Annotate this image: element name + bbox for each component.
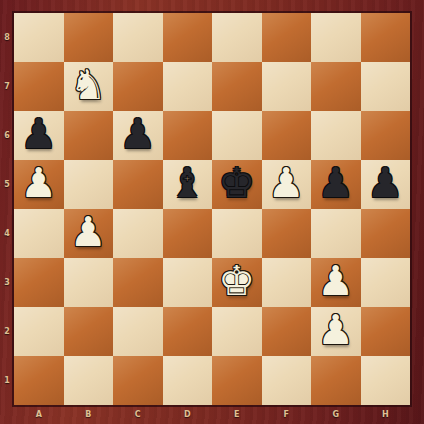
square-f7[interactable] [262, 62, 312, 111]
square-c7[interactable] [113, 62, 163, 111]
square-g6[interactable] [311, 111, 361, 160]
square-f3[interactable] [262, 258, 312, 307]
square-f4[interactable] [262, 209, 312, 258]
square-a7[interactable] [14, 62, 64, 111]
square-a2[interactable] [14, 307, 64, 356]
file-label-c: C [113, 405, 163, 424]
square-f6[interactable] [262, 111, 312, 160]
file-label-g: G [311, 405, 361, 424]
square-g2[interactable]: ♟ [311, 307, 361, 356]
rank-label-5: 5 [0, 160, 14, 209]
black-pawn[interactable]: ♟ [367, 163, 404, 204]
file-labels: ABCDEFGH [14, 405, 410, 424]
square-g4[interactable] [311, 209, 361, 258]
white-king[interactable]: ♚ [218, 261, 255, 302]
square-e3[interactable]: ♚ [212, 258, 262, 307]
rank-label-7: 7 [0, 62, 14, 111]
file-label-f: F [262, 405, 312, 424]
square-a5[interactable]: ♟ [14, 160, 64, 209]
square-c3[interactable] [113, 258, 163, 307]
square-a8[interactable] [14, 13, 64, 62]
square-b1[interactable] [64, 356, 114, 405]
square-h5[interactable]: ♟ [361, 160, 411, 209]
square-d8[interactable] [163, 13, 213, 62]
square-a6[interactable]: ♟ [14, 111, 64, 160]
square-f8[interactable] [262, 13, 312, 62]
square-b7[interactable]: ♞ [64, 62, 114, 111]
square-d3[interactable] [163, 258, 213, 307]
square-c8[interactable] [113, 13, 163, 62]
square-h1[interactable] [361, 356, 411, 405]
square-d4[interactable] [163, 209, 213, 258]
square-f2[interactable] [262, 307, 312, 356]
rank-label-6: 6 [0, 111, 14, 160]
white-pawn[interactable]: ♟ [268, 163, 305, 204]
file-label-d: D [163, 405, 213, 424]
square-c1[interactable] [113, 356, 163, 405]
square-h8[interactable] [361, 13, 411, 62]
square-e2[interactable] [212, 307, 262, 356]
white-pawn[interactable]: ♟ [317, 261, 354, 302]
square-b2[interactable] [64, 307, 114, 356]
black-pawn[interactable]: ♟ [20, 114, 57, 155]
square-b8[interactable] [64, 13, 114, 62]
square-e7[interactable] [212, 62, 262, 111]
square-d1[interactable] [163, 356, 213, 405]
rank-label-2: 2 [0, 307, 14, 356]
square-g3[interactable]: ♟ [311, 258, 361, 307]
square-h7[interactable] [361, 62, 411, 111]
board-frame: 87654321 ♞♟♟♟♝♚♟♟♟♟♚♟♟ ABCDEFGH [0, 0, 424, 424]
square-c4[interactable] [113, 209, 163, 258]
rank-label-3: 3 [0, 258, 14, 307]
rank-label-8: 8 [0, 13, 14, 62]
square-h3[interactable] [361, 258, 411, 307]
black-pawn[interactable]: ♟ [119, 114, 156, 155]
square-h2[interactable] [361, 307, 411, 356]
black-pawn[interactable]: ♟ [317, 163, 354, 204]
black-king[interactable]: ♚ [218, 163, 255, 204]
square-a3[interactable] [14, 258, 64, 307]
file-label-a: A [14, 405, 64, 424]
rank-label-4: 4 [0, 209, 14, 258]
rank-label-1: 1 [0, 356, 14, 405]
square-b5[interactable] [64, 160, 114, 209]
square-g8[interactable] [311, 13, 361, 62]
square-g5[interactable]: ♟ [311, 160, 361, 209]
square-g1[interactable] [311, 356, 361, 405]
square-e8[interactable] [212, 13, 262, 62]
square-g7[interactable] [311, 62, 361, 111]
black-bishop[interactable]: ♝ [169, 163, 206, 204]
square-e6[interactable] [212, 111, 262, 160]
square-b4[interactable]: ♟ [64, 209, 114, 258]
file-label-e: E [212, 405, 262, 424]
square-h6[interactable] [361, 111, 411, 160]
square-f5[interactable]: ♟ [262, 160, 312, 209]
square-h4[interactable] [361, 209, 411, 258]
rank-labels: 87654321 [0, 13, 14, 405]
square-d5[interactable]: ♝ [163, 160, 213, 209]
square-f1[interactable] [262, 356, 312, 405]
board: ♞♟♟♟♝♚♟♟♟♟♚♟♟ [14, 13, 410, 405]
square-e1[interactable] [212, 356, 262, 405]
white-pawn[interactable]: ♟ [70, 212, 107, 253]
square-d2[interactable] [163, 307, 213, 356]
square-d6[interactable] [163, 111, 213, 160]
white-pawn[interactable]: ♟ [20, 163, 57, 204]
white-pawn[interactable]: ♟ [317, 310, 354, 351]
square-e4[interactable] [212, 209, 262, 258]
square-b6[interactable] [64, 111, 114, 160]
square-c2[interactable] [113, 307, 163, 356]
square-d7[interactable] [163, 62, 213, 111]
white-knight[interactable]: ♞ [70, 65, 107, 106]
file-label-h: H [361, 405, 411, 424]
square-a4[interactable] [14, 209, 64, 258]
square-a1[interactable] [14, 356, 64, 405]
file-label-b: B [64, 405, 114, 424]
square-c5[interactable] [113, 160, 163, 209]
square-e5[interactable]: ♚ [212, 160, 262, 209]
square-c6[interactable]: ♟ [113, 111, 163, 160]
square-b3[interactable] [64, 258, 114, 307]
